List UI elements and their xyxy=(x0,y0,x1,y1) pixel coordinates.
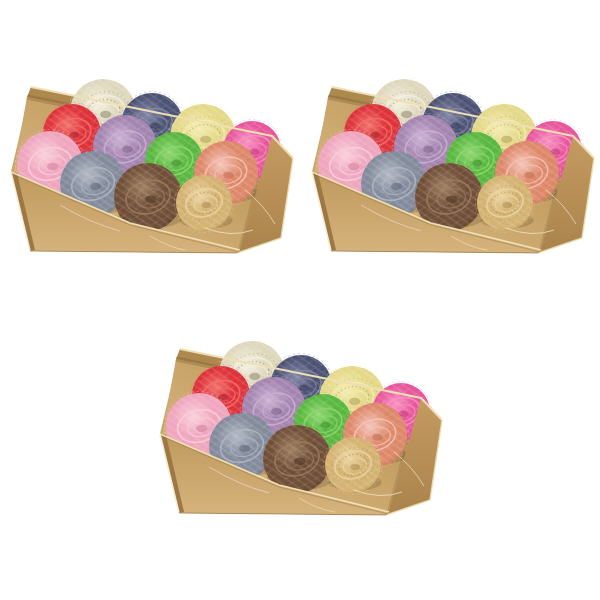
box-1 xyxy=(11,78,293,254)
box-2 xyxy=(312,78,594,254)
product-image xyxy=(0,0,600,600)
ball-tan-wheat xyxy=(175,174,234,233)
box-3 xyxy=(160,340,442,516)
ball-tan-wheat xyxy=(324,436,383,495)
product-photo xyxy=(0,0,600,600)
ball-tan-wheat xyxy=(476,174,535,233)
